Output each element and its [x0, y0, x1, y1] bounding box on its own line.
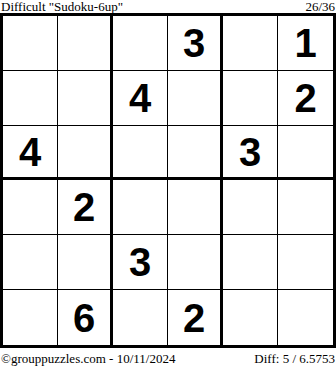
cell-r2c1-empty[interactable] — [3, 71, 58, 126]
cell-r6c4-given: 2 — [168, 290, 223, 345]
cell-r6c1-empty[interactable] — [3, 290, 58, 345]
cell-r4c5-empty[interactable] — [223, 180, 278, 235]
cell-r4c6-empty[interactable] — [278, 180, 333, 235]
cell-r5c5-empty[interactable] — [223, 235, 278, 290]
cell-r4c4-empty[interactable] — [168, 180, 223, 235]
cell-r2c5-empty[interactable] — [223, 71, 278, 126]
cell-r4c1-empty[interactable] — [3, 180, 58, 235]
cell-r5c3-given: 3 — [113, 235, 168, 290]
sudoku-board: 3142432362 — [0, 13, 336, 348]
header: Difficult "Sudoku-6up" 26/36 — [0, 0, 336, 13]
cell-r3c5-given: 3 — [223, 126, 278, 181]
cell-r4c3-empty[interactable] — [113, 180, 168, 235]
cell-r3c1-given: 4 — [3, 126, 58, 181]
cell-r6c5-empty[interactable] — [223, 290, 278, 345]
cell-r1c2-empty[interactable] — [58, 16, 113, 71]
cell-r5c2-empty[interactable] — [58, 235, 113, 290]
cell-r3c2-empty[interactable] — [58, 126, 113, 181]
cell-r1c5-empty[interactable] — [223, 16, 278, 71]
cell-r3c6-empty[interactable] — [278, 126, 333, 181]
cell-r2c6-given: 2 — [278, 71, 333, 126]
cell-r1c1-empty[interactable] — [3, 16, 58, 71]
clue-counter: 26/36 — [305, 0, 335, 13]
footer: ©grouppuzzles.com - 10/11/2024 Diff: 5 /… — [0, 348, 336, 370]
cell-r2c3-given: 4 — [113, 71, 168, 126]
cell-r2c4-empty[interactable] — [168, 71, 223, 126]
cell-r5c4-empty[interactable] — [168, 235, 223, 290]
cell-r6c6-empty[interactable] — [278, 290, 333, 345]
cell-r1c4-given: 3 — [168, 16, 223, 71]
cell-r6c3-empty[interactable] — [113, 290, 168, 345]
cell-r5c1-empty[interactable] — [3, 235, 58, 290]
copyright-date: ©grouppuzzles.com - 10/11/2024 — [1, 352, 175, 366]
cell-r6c2-given: 6 — [58, 290, 113, 345]
cell-r3c4-empty[interactable] — [168, 126, 223, 181]
cell-r1c3-empty[interactable] — [113, 16, 168, 71]
difficulty-rating: Diff: 5 / 6.5753 — [254, 352, 335, 366]
cell-r1c6-given: 1 — [278, 16, 333, 71]
puzzle-page: Difficult "Sudoku-6up" 26/36 3142432362 … — [0, 0, 336, 370]
cell-r5c6-empty[interactable] — [278, 235, 333, 290]
cell-r4c2-given: 2 — [58, 180, 113, 235]
cell-r2c2-empty[interactable] — [58, 71, 113, 126]
cell-r3c3-empty[interactable] — [113, 126, 168, 181]
puzzle-title: Difficult "Sudoku-6up" — [1, 0, 123, 13]
